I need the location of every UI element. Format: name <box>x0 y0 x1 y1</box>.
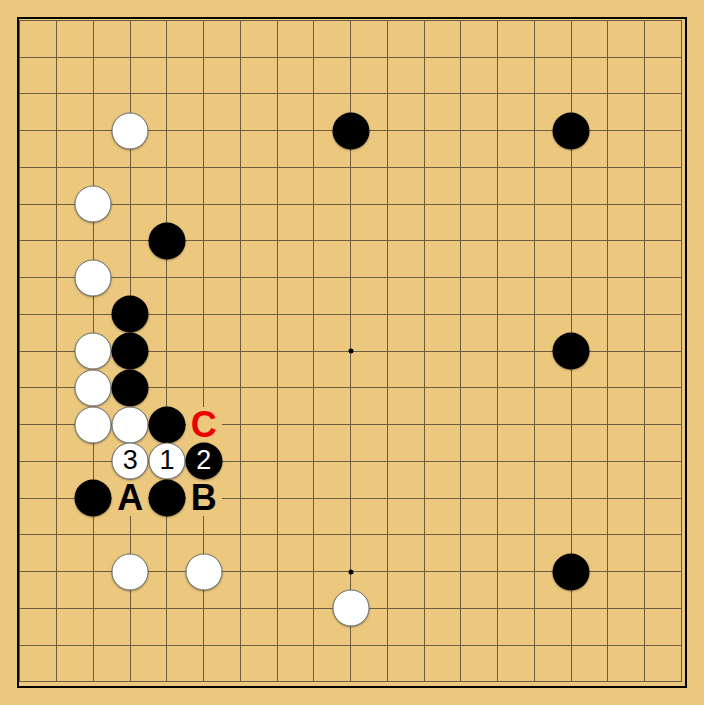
intersection[interactable] <box>553 590 590 627</box>
intersection[interactable] <box>296 222 333 259</box>
intersection[interactable] <box>149 186 186 223</box>
intersection[interactable] <box>516 222 553 259</box>
intersection[interactable] <box>149 259 186 296</box>
intersection[interactable] <box>663 75 700 112</box>
intersection[interactable] <box>332 590 369 627</box>
label-A[interactable]: A <box>112 480 148 516</box>
intersection[interactable] <box>590 516 627 553</box>
go-board[interactable]: C312AB <box>2 2 700 700</box>
intersection[interactable] <box>443 406 480 443</box>
intersection[interactable] <box>553 406 590 443</box>
intersection[interactable] <box>443 369 480 406</box>
intersection[interactable]: 3 <box>112 443 149 480</box>
intersection[interactable] <box>553 2 590 39</box>
intersection[interactable] <box>222 553 259 590</box>
intersection[interactable] <box>112 663 149 700</box>
intersection[interactable] <box>259 2 296 39</box>
intersection[interactable] <box>406 296 443 333</box>
intersection[interactable] <box>443 112 480 149</box>
intersection[interactable] <box>516 39 553 76</box>
intersection[interactable] <box>553 259 590 296</box>
intersection[interactable] <box>222 627 259 664</box>
intersection[interactable] <box>259 590 296 627</box>
intersection[interactable] <box>663 186 700 223</box>
intersection[interactable] <box>75 553 112 590</box>
intersection[interactable] <box>2 75 39 112</box>
intersection[interactable] <box>112 406 149 443</box>
intersection[interactable] <box>2 39 39 76</box>
intersection[interactable] <box>663 333 700 370</box>
intersection[interactable] <box>112 75 149 112</box>
intersection[interactable] <box>222 39 259 76</box>
intersection[interactable] <box>443 39 480 76</box>
intersection[interactable] <box>516 112 553 149</box>
intersection[interactable] <box>479 516 516 553</box>
intersection[interactable] <box>516 186 553 223</box>
intersection[interactable] <box>590 480 627 517</box>
intersection[interactable] <box>663 553 700 590</box>
intersection[interactable] <box>112 369 149 406</box>
intersection[interactable] <box>443 296 480 333</box>
intersection[interactable] <box>149 333 186 370</box>
intersection[interactable] <box>296 627 333 664</box>
intersection[interactable] <box>75 112 112 149</box>
intersection[interactable] <box>516 553 553 590</box>
intersection[interactable] <box>369 75 406 112</box>
intersection[interactable] <box>479 296 516 333</box>
intersection[interactable] <box>296 112 333 149</box>
intersection[interactable] <box>222 516 259 553</box>
intersection[interactable] <box>2 333 39 370</box>
intersection[interactable] <box>2 112 39 149</box>
intersection[interactable] <box>2 553 39 590</box>
intersection[interactable] <box>590 406 627 443</box>
intersection[interactable] <box>2 222 39 259</box>
intersection[interactable] <box>149 149 186 186</box>
intersection[interactable] <box>590 75 627 112</box>
intersection[interactable] <box>516 590 553 627</box>
intersection[interactable] <box>296 406 333 443</box>
intersection[interactable] <box>553 186 590 223</box>
intersection[interactable] <box>332 553 369 590</box>
intersection[interactable] <box>2 590 39 627</box>
intersection[interactable] <box>222 590 259 627</box>
intersection[interactable] <box>406 2 443 39</box>
intersection[interactable] <box>2 2 39 39</box>
intersection[interactable] <box>38 75 75 112</box>
label-C[interactable]: C <box>186 407 222 443</box>
intersection[interactable] <box>406 369 443 406</box>
intersection[interactable] <box>332 627 369 664</box>
intersection[interactable] <box>185 590 222 627</box>
intersection[interactable] <box>75 406 112 443</box>
intersection[interactable] <box>663 406 700 443</box>
intersection[interactable] <box>479 627 516 664</box>
intersection[interactable] <box>663 39 700 76</box>
intersection[interactable] <box>75 296 112 333</box>
intersection[interactable] <box>369 149 406 186</box>
intersection[interactable] <box>332 443 369 480</box>
intersection[interactable] <box>590 39 627 76</box>
intersection[interactable] <box>479 2 516 39</box>
intersection[interactable] <box>112 186 149 223</box>
intersection[interactable] <box>332 333 369 370</box>
intersection[interactable] <box>222 296 259 333</box>
intersection[interactable] <box>590 553 627 590</box>
intersection[interactable] <box>185 149 222 186</box>
intersection[interactable] <box>112 590 149 627</box>
intersection[interactable] <box>112 39 149 76</box>
intersection[interactable] <box>296 553 333 590</box>
intersection[interactable] <box>663 259 700 296</box>
intersection[interactable] <box>479 553 516 590</box>
intersection[interactable] <box>553 369 590 406</box>
intersection[interactable] <box>626 480 663 517</box>
intersection[interactable] <box>443 590 480 627</box>
intersection[interactable] <box>663 516 700 553</box>
intersection[interactable] <box>479 406 516 443</box>
intersection[interactable] <box>259 222 296 259</box>
intersection[interactable] <box>185 553 222 590</box>
intersection[interactable] <box>369 663 406 700</box>
intersection[interactable] <box>38 553 75 590</box>
intersection[interactable] <box>443 149 480 186</box>
intersection[interactable] <box>479 590 516 627</box>
intersection[interactable] <box>332 222 369 259</box>
intersection[interactable] <box>38 627 75 664</box>
intersection[interactable] <box>590 2 627 39</box>
intersection[interactable] <box>369 553 406 590</box>
intersection[interactable] <box>332 480 369 517</box>
intersection[interactable] <box>2 406 39 443</box>
intersection[interactable] <box>259 406 296 443</box>
intersection[interactable] <box>590 333 627 370</box>
intersection[interactable] <box>149 75 186 112</box>
intersection[interactable] <box>296 2 333 39</box>
intersection[interactable] <box>259 112 296 149</box>
intersection[interactable] <box>443 663 480 700</box>
intersection[interactable] <box>222 75 259 112</box>
intersection[interactable] <box>75 663 112 700</box>
intersection[interactable] <box>479 222 516 259</box>
intersection[interactable] <box>590 443 627 480</box>
intersection[interactable] <box>406 480 443 517</box>
intersection[interactable] <box>75 369 112 406</box>
intersection[interactable] <box>406 112 443 149</box>
intersection[interactable] <box>626 112 663 149</box>
intersection[interactable] <box>406 627 443 664</box>
intersection[interactable] <box>112 149 149 186</box>
intersection[interactable] <box>332 112 369 149</box>
intersection[interactable] <box>112 2 149 39</box>
intersection[interactable] <box>38 186 75 223</box>
intersection[interactable] <box>406 443 443 480</box>
intersection[interactable] <box>626 516 663 553</box>
intersection[interactable] <box>259 663 296 700</box>
intersection[interactable] <box>185 333 222 370</box>
intersection[interactable] <box>38 369 75 406</box>
intersection[interactable] <box>663 112 700 149</box>
intersection[interactable] <box>259 296 296 333</box>
intersection[interactable] <box>2 296 39 333</box>
intersection[interactable] <box>38 333 75 370</box>
intersection[interactable] <box>479 186 516 223</box>
intersection[interactable] <box>149 480 186 517</box>
intersection[interactable] <box>479 369 516 406</box>
intersection[interactable] <box>369 516 406 553</box>
intersection[interactable] <box>406 333 443 370</box>
intersection[interactable] <box>296 663 333 700</box>
intersection[interactable] <box>332 149 369 186</box>
label-B[interactable]: B <box>186 480 222 516</box>
intersection[interactable] <box>443 333 480 370</box>
intersection[interactable] <box>112 553 149 590</box>
intersection[interactable] <box>185 186 222 223</box>
intersection[interactable] <box>553 663 590 700</box>
intersection[interactable] <box>553 443 590 480</box>
intersection[interactable] <box>222 149 259 186</box>
intersection[interactable] <box>259 149 296 186</box>
intersection[interactable] <box>479 39 516 76</box>
intersection[interactable] <box>222 112 259 149</box>
intersection[interactable] <box>75 333 112 370</box>
intersection[interactable] <box>369 333 406 370</box>
intersection[interactable] <box>369 222 406 259</box>
intersection[interactable] <box>516 296 553 333</box>
intersection[interactable] <box>590 259 627 296</box>
intersection[interactable] <box>185 296 222 333</box>
intersection[interactable] <box>406 516 443 553</box>
intersection[interactable] <box>626 75 663 112</box>
intersection[interactable] <box>185 369 222 406</box>
intersection[interactable] <box>553 553 590 590</box>
intersection[interactable] <box>222 333 259 370</box>
intersection[interactable] <box>296 259 333 296</box>
intersection[interactable] <box>443 186 480 223</box>
intersection[interactable] <box>332 186 369 223</box>
intersection[interactable] <box>259 186 296 223</box>
intersection[interactable] <box>332 259 369 296</box>
intersection[interactable] <box>406 186 443 223</box>
intersection[interactable] <box>259 553 296 590</box>
intersection[interactable] <box>259 39 296 76</box>
intersection[interactable] <box>369 590 406 627</box>
intersection[interactable] <box>479 75 516 112</box>
intersection[interactable] <box>296 480 333 517</box>
intersection[interactable] <box>443 627 480 664</box>
intersection[interactable] <box>75 443 112 480</box>
intersection[interactable] <box>222 663 259 700</box>
intersection[interactable] <box>369 480 406 517</box>
intersection[interactable] <box>553 516 590 553</box>
intersection[interactable] <box>2 480 39 517</box>
intersection[interactable] <box>553 333 590 370</box>
intersection[interactable] <box>75 75 112 112</box>
intersection[interactable] <box>38 590 75 627</box>
intersection[interactable] <box>553 149 590 186</box>
intersection[interactable] <box>222 222 259 259</box>
intersection[interactable] <box>369 627 406 664</box>
intersection[interactable] <box>38 2 75 39</box>
intersection[interactable] <box>516 443 553 480</box>
intersection[interactable] <box>590 222 627 259</box>
intersection[interactable] <box>149 369 186 406</box>
intersection[interactable] <box>332 516 369 553</box>
intersection[interactable] <box>479 112 516 149</box>
intersection[interactable] <box>369 406 406 443</box>
intersection[interactable] <box>406 39 443 76</box>
intersection[interactable] <box>626 443 663 480</box>
intersection[interactable]: 2 <box>185 443 222 480</box>
intersection[interactable] <box>2 186 39 223</box>
intersection[interactable] <box>38 516 75 553</box>
intersection[interactable] <box>75 627 112 664</box>
intersection[interactable] <box>2 369 39 406</box>
intersection[interactable] <box>112 516 149 553</box>
intersection[interactable] <box>2 443 39 480</box>
intersection[interactable] <box>516 2 553 39</box>
intersection[interactable] <box>38 406 75 443</box>
intersection[interactable] <box>149 222 186 259</box>
intersection[interactable] <box>185 112 222 149</box>
intersection[interactable] <box>222 259 259 296</box>
intersection[interactable] <box>443 2 480 39</box>
intersection[interactable] <box>369 39 406 76</box>
intersection[interactable] <box>663 627 700 664</box>
intersection[interactable] <box>259 333 296 370</box>
intersection[interactable] <box>369 112 406 149</box>
intersection[interactable] <box>259 627 296 664</box>
intersection[interactable] <box>2 149 39 186</box>
intersection[interactable] <box>222 186 259 223</box>
intersection[interactable] <box>259 369 296 406</box>
intersection[interactable] <box>663 149 700 186</box>
intersection[interactable] <box>626 333 663 370</box>
intersection[interactable] <box>590 186 627 223</box>
intersection[interactable] <box>112 333 149 370</box>
intersection[interactable] <box>222 480 259 517</box>
intersection[interactable] <box>479 259 516 296</box>
intersection[interactable] <box>112 222 149 259</box>
intersection[interactable] <box>332 39 369 76</box>
intersection[interactable] <box>663 296 700 333</box>
intersection[interactable] <box>332 406 369 443</box>
intersection[interactable] <box>222 2 259 39</box>
intersection[interactable] <box>590 149 627 186</box>
intersection[interactable] <box>296 516 333 553</box>
intersection[interactable] <box>185 75 222 112</box>
intersection[interactable] <box>369 296 406 333</box>
intersection[interactable] <box>553 112 590 149</box>
intersection[interactable] <box>259 480 296 517</box>
intersection[interactable] <box>369 259 406 296</box>
intersection[interactable] <box>149 627 186 664</box>
intersection[interactable] <box>443 480 480 517</box>
intersection[interactable] <box>369 443 406 480</box>
intersection[interactable] <box>479 443 516 480</box>
intersection[interactable] <box>553 480 590 517</box>
intersection[interactable] <box>663 369 700 406</box>
intersection[interactable] <box>553 39 590 76</box>
intersection[interactable] <box>75 259 112 296</box>
intersection[interactable] <box>38 112 75 149</box>
intersection[interactable] <box>590 296 627 333</box>
intersection[interactable] <box>626 39 663 76</box>
intersection[interactable] <box>296 296 333 333</box>
intersection[interactable] <box>516 149 553 186</box>
intersection[interactable] <box>406 663 443 700</box>
intersection[interactable] <box>296 149 333 186</box>
intersection[interactable] <box>406 259 443 296</box>
intersection[interactable] <box>590 663 627 700</box>
intersection[interactable] <box>553 627 590 664</box>
intersection[interactable] <box>626 369 663 406</box>
intersection[interactable] <box>222 406 259 443</box>
intersection[interactable] <box>626 627 663 664</box>
intersection[interactable]: A <box>112 480 149 517</box>
intersection[interactable] <box>75 590 112 627</box>
intersection[interactable] <box>369 186 406 223</box>
intersection[interactable] <box>590 627 627 664</box>
intersection[interactable] <box>222 369 259 406</box>
intersection[interactable] <box>479 333 516 370</box>
intersection[interactable] <box>296 39 333 76</box>
intersection[interactable] <box>516 75 553 112</box>
intersection[interactable] <box>296 369 333 406</box>
intersection[interactable] <box>332 75 369 112</box>
intersection[interactable] <box>590 590 627 627</box>
intersection[interactable] <box>222 443 259 480</box>
intersection[interactable] <box>296 75 333 112</box>
intersection[interactable] <box>516 333 553 370</box>
intersection[interactable] <box>626 2 663 39</box>
intersection[interactable] <box>516 259 553 296</box>
intersection[interactable] <box>626 406 663 443</box>
intersection[interactable] <box>553 222 590 259</box>
intersection[interactable] <box>626 590 663 627</box>
intersection[interactable] <box>663 443 700 480</box>
intersection[interactable] <box>663 2 700 39</box>
intersection[interactable] <box>75 516 112 553</box>
intersection[interactable] <box>38 296 75 333</box>
intersection[interactable] <box>443 516 480 553</box>
intersection[interactable] <box>406 75 443 112</box>
intersection[interactable] <box>259 516 296 553</box>
intersection[interactable] <box>38 663 75 700</box>
intersection[interactable] <box>38 222 75 259</box>
intersection[interactable] <box>626 296 663 333</box>
intersection[interactable] <box>626 663 663 700</box>
intersection[interactable] <box>112 296 149 333</box>
intersection[interactable] <box>443 259 480 296</box>
intersection[interactable] <box>296 443 333 480</box>
intersection[interactable] <box>406 553 443 590</box>
intersection[interactable] <box>626 222 663 259</box>
intersection[interactable] <box>149 516 186 553</box>
intersection[interactable] <box>149 112 186 149</box>
intersection[interactable] <box>626 553 663 590</box>
intersection[interactable] <box>443 222 480 259</box>
intersection[interactable] <box>332 369 369 406</box>
intersection[interactable] <box>479 480 516 517</box>
intersection[interactable] <box>479 149 516 186</box>
intersection[interactable] <box>38 39 75 76</box>
intersection[interactable] <box>663 222 700 259</box>
intersection[interactable] <box>185 627 222 664</box>
intersection[interactable] <box>2 627 39 664</box>
intersection[interactable] <box>516 516 553 553</box>
intersection[interactable] <box>75 149 112 186</box>
